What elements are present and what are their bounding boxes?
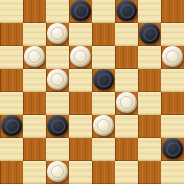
square-b1[interactable] (23, 161, 46, 184)
square-h2[interactable] (161, 138, 184, 161)
square-c3[interactable] (46, 115, 69, 138)
square-d6[interactable] (69, 46, 92, 69)
black-man-g7[interactable] (139, 23, 160, 44)
white-man-h6[interactable] (162, 46, 183, 67)
square-d4[interactable] (69, 92, 92, 115)
square-h5[interactable] (161, 69, 184, 92)
square-g2[interactable] (138, 138, 161, 161)
square-f8[interactable] (115, 0, 138, 23)
square-e1[interactable] (92, 161, 115, 184)
square-f3[interactable] (115, 115, 138, 138)
square-b4[interactable] (23, 92, 46, 115)
square-f2[interactable] (115, 138, 138, 161)
square-c5[interactable] (46, 69, 69, 92)
square-e8[interactable] (92, 0, 115, 23)
square-a1[interactable] (0, 161, 23, 184)
black-man-f8[interactable] (116, 0, 137, 21)
square-d8[interactable] (69, 0, 92, 23)
square-a8[interactable] (0, 0, 23, 23)
square-f7[interactable] (115, 23, 138, 46)
square-b7[interactable] (23, 23, 46, 46)
square-e2[interactable] (92, 138, 115, 161)
square-h6[interactable] (161, 46, 184, 69)
square-h7[interactable] (161, 23, 184, 46)
square-d5[interactable] (69, 69, 92, 92)
square-a2[interactable] (0, 138, 23, 161)
black-man-e5[interactable] (93, 69, 114, 90)
square-h4[interactable] (161, 92, 184, 115)
square-d1[interactable] (69, 161, 92, 184)
square-e6[interactable] (92, 46, 115, 69)
square-g7[interactable] (138, 23, 161, 46)
white-man-f4[interactable] (116, 92, 137, 113)
square-a5[interactable] (0, 69, 23, 92)
square-d2[interactable] (69, 138, 92, 161)
square-c8[interactable] (46, 0, 69, 23)
square-b5[interactable] (23, 69, 46, 92)
square-f6[interactable] (115, 46, 138, 69)
square-g1[interactable] (138, 161, 161, 184)
square-c4[interactable] (46, 92, 69, 115)
square-a7[interactable] (0, 23, 23, 46)
square-g4[interactable] (138, 92, 161, 115)
white-man-b6[interactable] (24, 46, 45, 67)
square-f5[interactable] (115, 69, 138, 92)
square-g3[interactable] (138, 115, 161, 138)
square-d3[interactable] (69, 115, 92, 138)
white-man-c7[interactable] (47, 23, 68, 44)
square-c7[interactable] (46, 23, 69, 46)
square-a6[interactable] (0, 46, 23, 69)
square-b2[interactable] (23, 138, 46, 161)
white-man-e3[interactable] (93, 115, 114, 136)
black-man-a3[interactable] (1, 115, 22, 136)
square-c1[interactable] (46, 161, 69, 184)
checkers-board (0, 0, 184, 184)
square-h1[interactable] (161, 161, 184, 184)
square-b6[interactable] (23, 46, 46, 69)
square-e5[interactable] (92, 69, 115, 92)
black-man-d8[interactable] (70, 0, 91, 21)
square-g8[interactable] (138, 0, 161, 23)
square-c2[interactable] (46, 138, 69, 161)
square-a3[interactable] (0, 115, 23, 138)
white-man-d6[interactable] (70, 46, 91, 67)
square-f4[interactable] (115, 92, 138, 115)
white-man-c5[interactable] (47, 69, 68, 90)
black-man-c3[interactable] (47, 115, 68, 136)
square-h8[interactable] (161, 0, 184, 23)
black-man-h2[interactable] (162, 138, 183, 159)
square-g5[interactable] (138, 69, 161, 92)
square-e4[interactable] (92, 92, 115, 115)
square-a4[interactable] (0, 92, 23, 115)
square-c6[interactable] (46, 46, 69, 69)
square-f1[interactable] (115, 161, 138, 184)
square-e7[interactable] (92, 23, 115, 46)
square-g6[interactable] (138, 46, 161, 69)
square-e3[interactable] (92, 115, 115, 138)
white-man-c1[interactable] (47, 161, 68, 182)
square-b8[interactable] (23, 0, 46, 23)
square-h3[interactable] (161, 115, 184, 138)
square-b3[interactable] (23, 115, 46, 138)
square-d7[interactable] (69, 23, 92, 46)
